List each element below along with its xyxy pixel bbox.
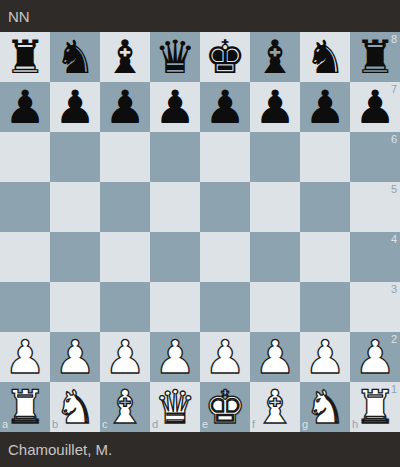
piece-black-king[interactable]: ♚ xyxy=(204,32,245,82)
square-b4[interactable] xyxy=(50,232,100,282)
piece-white-bishop[interactable]: ♝ xyxy=(254,382,295,432)
piece-black-queen[interactable]: ♛ xyxy=(154,32,195,82)
square-d1[interactable]: ♛d xyxy=(150,382,200,432)
piece-white-king[interactable]: ♚ xyxy=(204,382,245,432)
rank-label-5: 5 xyxy=(391,184,397,195)
square-h8[interactable]: ♜8 xyxy=(350,32,400,82)
square-d7[interactable]: ♟ xyxy=(150,82,200,132)
square-d6[interactable] xyxy=(150,132,200,182)
piece-black-rook[interactable]: ♜ xyxy=(4,32,45,82)
piece-black-pawn[interactable]: ♟ xyxy=(254,82,295,132)
piece-white-pawn[interactable]: ♟ xyxy=(304,332,345,382)
square-f3[interactable] xyxy=(250,282,300,332)
chess-app-window: NN ♜♞♝♛♚♝♞♜8♟♟♟♟♟♟♟♟76543♟♟♟♟♟♟♟♟2♜a♞b♝c… xyxy=(0,0,400,467)
square-f8[interactable]: ♝ xyxy=(250,32,300,82)
square-c2[interactable]: ♟ xyxy=(100,332,150,382)
square-h5[interactable]: 5 xyxy=(350,182,400,232)
chess-board: ♜♞♝♛♚♝♞♜8♟♟♟♟♟♟♟♟76543♟♟♟♟♟♟♟♟2♜a♞b♝c♛d♚… xyxy=(0,32,400,432)
piece-white-pawn[interactable]: ♟ xyxy=(354,332,395,382)
square-e6[interactable] xyxy=(200,132,250,182)
square-a4[interactable] xyxy=(0,232,50,282)
top-player-name: NN xyxy=(8,8,30,25)
rank-label-3: 3 xyxy=(391,284,397,295)
piece-black-rook[interactable]: ♜ xyxy=(354,32,395,82)
piece-black-pawn[interactable]: ♟ xyxy=(4,82,45,132)
square-h4[interactable]: 4 xyxy=(350,232,400,282)
piece-black-bishop[interactable]: ♝ xyxy=(104,32,145,82)
piece-white-pawn[interactable]: ♟ xyxy=(254,332,295,382)
square-c8[interactable]: ♝ xyxy=(100,32,150,82)
square-f1[interactable]: ♝f xyxy=(250,382,300,432)
rank-label-4: 4 xyxy=(391,234,397,245)
square-e3[interactable] xyxy=(200,282,250,332)
square-g1[interactable]: ♞g xyxy=(300,382,350,432)
square-a3[interactable] xyxy=(0,282,50,332)
square-b7[interactable]: ♟ xyxy=(50,82,100,132)
square-c3[interactable] xyxy=(100,282,150,332)
square-f5[interactable] xyxy=(250,182,300,232)
square-d4[interactable] xyxy=(150,232,200,282)
piece-white-pawn[interactable]: ♟ xyxy=(204,332,245,382)
piece-black-knight[interactable]: ♞ xyxy=(54,32,95,82)
piece-white-pawn[interactable]: ♟ xyxy=(154,332,195,382)
bottom-player-bar: Chamouillet, M. xyxy=(0,432,400,467)
square-a1[interactable]: ♜a xyxy=(0,382,50,432)
square-c6[interactable] xyxy=(100,132,150,182)
square-b3[interactable] xyxy=(50,282,100,332)
piece-black-bishop[interactable]: ♝ xyxy=(254,32,295,82)
piece-black-pawn[interactable]: ♟ xyxy=(54,82,95,132)
square-e7[interactable]: ♟ xyxy=(200,82,250,132)
rank-label-6: 6 xyxy=(391,134,397,145)
square-a8[interactable]: ♜ xyxy=(0,32,50,82)
square-a2[interactable]: ♟ xyxy=(0,332,50,382)
square-g2[interactable]: ♟ xyxy=(300,332,350,382)
piece-white-rook[interactable]: ♜ xyxy=(4,382,45,432)
square-g3[interactable] xyxy=(300,282,350,332)
piece-black-pawn[interactable]: ♟ xyxy=(204,82,245,132)
square-h6[interactable]: 6 xyxy=(350,132,400,182)
piece-white-pawn[interactable]: ♟ xyxy=(104,332,145,382)
square-e5[interactable] xyxy=(200,182,250,232)
piece-white-queen[interactable]: ♛ xyxy=(154,382,195,432)
square-b1[interactable]: ♞b xyxy=(50,382,100,432)
square-h3[interactable]: 3 xyxy=(350,282,400,332)
piece-white-pawn[interactable]: ♟ xyxy=(4,332,45,382)
piece-black-pawn[interactable]: ♟ xyxy=(304,82,345,132)
square-b6[interactable] xyxy=(50,132,100,182)
square-c1[interactable]: ♝c xyxy=(100,382,150,432)
square-e2[interactable]: ♟ xyxy=(200,332,250,382)
piece-black-pawn[interactable]: ♟ xyxy=(154,82,195,132)
square-b5[interactable] xyxy=(50,182,100,232)
square-f4[interactable] xyxy=(250,232,300,282)
square-h7[interactable]: ♟7 xyxy=(350,82,400,132)
piece-white-pawn[interactable]: ♟ xyxy=(54,332,95,382)
piece-black-pawn[interactable]: ♟ xyxy=(104,82,145,132)
square-e1[interactable]: ♚e xyxy=(200,382,250,432)
square-c5[interactable] xyxy=(100,182,150,232)
square-g6[interactable] xyxy=(300,132,350,182)
piece-white-bishop[interactable]: ♝ xyxy=(104,382,145,432)
square-a7[interactable]: ♟ xyxy=(0,82,50,132)
top-player-bar: NN xyxy=(0,0,400,32)
square-f7[interactable]: ♟ xyxy=(250,82,300,132)
square-h1[interactable]: ♜1h xyxy=(350,382,400,432)
square-d8[interactable]: ♛ xyxy=(150,32,200,82)
square-c7[interactable]: ♟ xyxy=(100,82,150,132)
square-g8[interactable]: ♞ xyxy=(300,32,350,82)
square-h2[interactable]: ♟2 xyxy=(350,332,400,382)
square-f6[interactable] xyxy=(250,132,300,182)
square-c4[interactable] xyxy=(100,232,150,282)
square-b8[interactable]: ♞ xyxy=(50,32,100,82)
square-f2[interactable]: ♟ xyxy=(250,332,300,382)
square-e4[interactable] xyxy=(200,232,250,282)
square-b2[interactable]: ♟ xyxy=(50,332,100,382)
piece-black-knight[interactable]: ♞ xyxy=(304,32,345,82)
square-a6[interactable] xyxy=(0,132,50,182)
square-a5[interactable] xyxy=(0,182,50,232)
piece-white-knight[interactable]: ♞ xyxy=(54,382,95,432)
square-e8[interactable]: ♚ xyxy=(200,32,250,82)
square-d3[interactable] xyxy=(150,282,200,332)
piece-black-pawn[interactable]: ♟ xyxy=(354,82,395,132)
square-g4[interactable] xyxy=(300,232,350,282)
square-g7[interactable]: ♟ xyxy=(300,82,350,132)
square-d5[interactable] xyxy=(150,182,200,232)
piece-white-knight[interactable]: ♞ xyxy=(304,382,345,432)
square-g5[interactable] xyxy=(300,182,350,232)
piece-white-rook[interactable]: ♜ xyxy=(354,382,395,432)
square-d2[interactable]: ♟ xyxy=(150,332,200,382)
bottom-player-name: Chamouillet, M. xyxy=(8,441,112,458)
